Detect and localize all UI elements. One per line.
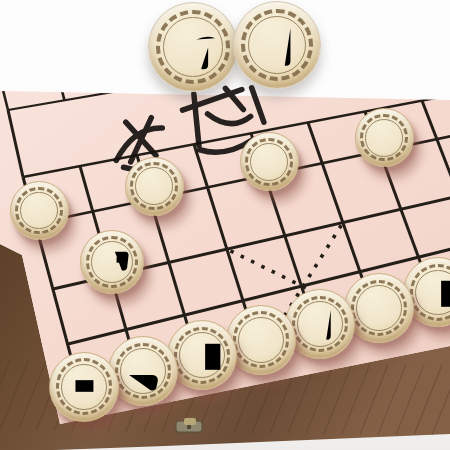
showcase-red-general-character-icon (249, 17, 306, 74)
red-chariot-character-icon (62, 364, 107, 409)
piece-red-advisor[interactable] (344, 273, 414, 343)
red-cannon-character-icon (92, 241, 133, 282)
red-soldier-character-icon (135, 167, 173, 205)
showcase-black-general-character-icon (164, 18, 222, 76)
red-soldier-character-icon (250, 143, 288, 181)
red-horse-character-icon (121, 349, 166, 394)
red-soldier-character-icon (20, 192, 58, 230)
red-elephant-character-icon (180, 333, 225, 378)
red-general-character-icon (298, 301, 343, 346)
red-advisor-character-icon (239, 317, 284, 362)
piece-showcase-black-general[interactable] (148, 2, 238, 92)
piece-showcase-red-general[interactable] (233, 1, 321, 89)
piece-red-general[interactable] (285, 289, 355, 359)
piece-red-cannon[interactable] (80, 230, 144, 294)
piece-red-horse[interactable] (108, 336, 178, 406)
red-advisor-character-icon (357, 286, 402, 331)
red-soldier-character-icon (365, 119, 403, 157)
piece-red-chariot[interactable] (49, 352, 119, 422)
piece-red-advisor[interactable] (226, 305, 296, 375)
piece-red-soldier[interactable] (10, 181, 69, 240)
piece-red-soldier[interactable] (125, 157, 184, 216)
piece-red-elephant[interactable] (167, 320, 237, 390)
piece-red-soldier[interactable] (240, 132, 299, 191)
red-elephant-character-icon (416, 270, 450, 315)
product-photo (0, 0, 450, 450)
piece-red-soldier[interactable] (355, 108, 414, 167)
